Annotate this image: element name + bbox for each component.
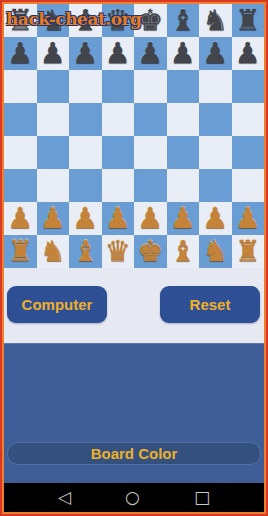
piece-white-pawn[interactable]: ♟ [137,202,163,235]
recents-icon[interactable]: □ [194,483,210,512]
square-e3[interactable] [134,169,167,202]
square-g8[interactable]: ♞ [199,4,232,37]
square-a2[interactable]: ♟ [4,202,37,235]
square-d3[interactable] [102,169,135,202]
piece-white-pawn[interactable]: ♟ [7,202,33,235]
piece-black-pawn[interactable]: ♟ [170,37,196,70]
square-d8[interactable]: ♛ [102,4,135,37]
square-d7[interactable]: ♟ [102,37,135,70]
piece-white-knight[interactable]: ♞ [40,235,66,268]
square-f8[interactable]: ♝ [167,4,200,37]
square-b4[interactable] [37,136,70,169]
square-f3[interactable] [167,169,200,202]
square-f4[interactable] [167,136,200,169]
square-e1[interactable]: ♚ [134,235,167,268]
info-panel: Board Color [4,343,264,483]
home-icon[interactable]: ○ [125,483,140,512]
piece-white-knight[interactable]: ♞ [202,235,228,268]
piece-black-pawn[interactable]: ♟ [235,37,261,70]
square-d5[interactable] [102,103,135,136]
square-g4[interactable] [199,136,232,169]
piece-white-rook[interactable]: ♜ [7,235,33,268]
board-color-button[interactable]: Board Color [7,442,261,465]
piece-black-pawn[interactable]: ♟ [105,37,131,70]
square-f7[interactable]: ♟ [167,37,200,70]
square-e7[interactable]: ♟ [134,37,167,70]
piece-black-rook[interactable]: ♜ [7,4,33,37]
back-icon[interactable]: ◁ [58,483,71,512]
square-g6[interactable] [199,70,232,103]
square-d6[interactable] [102,70,135,103]
square-e2[interactable]: ♟ [134,202,167,235]
piece-white-king[interactable]: ♚ [137,235,163,268]
piece-black-pawn[interactable]: ♟ [137,37,163,70]
controls-strip: Computer Reset [4,268,264,343]
piece-black-pawn[interactable]: ♟ [40,37,66,70]
android-navbar: ◁ ○ □ [4,483,264,512]
square-b6[interactable] [37,70,70,103]
piece-white-queen[interactable]: ♛ [105,235,131,268]
piece-white-pawn[interactable]: ♟ [40,202,66,235]
square-b2[interactable]: ♟ [37,202,70,235]
piece-white-rook[interactable]: ♜ [235,235,261,268]
square-g5[interactable] [199,103,232,136]
square-b5[interactable] [37,103,70,136]
square-c8[interactable]: ♝ [69,4,102,37]
square-d2[interactable]: ♟ [102,202,135,235]
square-e6[interactable] [134,70,167,103]
piece-white-pawn[interactable]: ♟ [105,202,131,235]
square-c5[interactable] [69,103,102,136]
app-frame: hack-cheat.org ♜♞♝♛♚♝♞♜♟♟♟♟♟♟♟♟♟♟♟♟♟♟♟♟♜… [0,0,268,516]
piece-black-knight[interactable]: ♞ [202,4,228,37]
piece-black-bishop[interactable]: ♝ [170,4,196,37]
square-g1[interactable]: ♞ [199,235,232,268]
piece-black-pawn[interactable]: ♟ [72,37,98,70]
square-b1[interactable]: ♞ [37,235,70,268]
piece-white-pawn[interactable]: ♟ [72,202,98,235]
piece-black-pawn[interactable]: ♟ [7,37,33,70]
square-c1[interactable]: ♝ [69,235,102,268]
square-f5[interactable] [167,103,200,136]
square-g3[interactable] [199,169,232,202]
square-f6[interactable] [167,70,200,103]
square-c7[interactable]: ♟ [69,37,102,70]
square-h1[interactable]: ♜ [232,235,265,268]
square-a6[interactable] [4,70,37,103]
square-h6[interactable] [232,70,265,103]
square-c2[interactable]: ♟ [69,202,102,235]
square-b7[interactable]: ♟ [37,37,70,70]
piece-white-pawn[interactable]: ♟ [202,202,228,235]
piece-black-pawn[interactable]: ♟ [202,37,228,70]
square-f1[interactable]: ♝ [167,235,200,268]
square-e5[interactable] [134,103,167,136]
square-c6[interactable] [69,70,102,103]
square-c3[interactable] [69,169,102,202]
square-a5[interactable] [4,103,37,136]
square-b8[interactable]: ♞ [37,4,70,37]
square-h3[interactable] [232,169,265,202]
square-h4[interactable] [232,136,265,169]
square-h2[interactable]: ♟ [232,202,265,235]
square-h5[interactable] [232,103,265,136]
chess-board: ♜♞♝♛♚♝♞♜♟♟♟♟♟♟♟♟♟♟♟♟♟♟♟♟♜♞♝♛♚♝♞♜ [4,4,264,268]
square-g2[interactable]: ♟ [199,202,232,235]
square-a8[interactable]: ♜ [4,4,37,37]
square-e8[interactable]: ♚ [134,4,167,37]
piece-black-knight[interactable]: ♞ [40,4,66,37]
square-a3[interactable] [4,169,37,202]
square-f2[interactable]: ♟ [167,202,200,235]
computer-button[interactable]: Computer [7,286,107,323]
piece-black-king[interactable]: ♚ [137,4,163,37]
square-e4[interactable] [134,136,167,169]
square-h7[interactable]: ♟ [232,37,265,70]
square-c4[interactable] [69,136,102,169]
piece-white-pawn[interactable]: ♟ [170,202,196,235]
piece-white-pawn[interactable]: ♟ [235,202,261,235]
square-a7[interactable]: ♟ [4,37,37,70]
piece-white-bishop[interactable]: ♝ [170,235,196,268]
reset-button[interactable]: Reset [160,286,260,323]
square-g7[interactable]: ♟ [199,37,232,70]
square-b3[interactable] [37,169,70,202]
piece-white-bishop[interactable]: ♝ [72,235,98,268]
square-h8[interactable]: ♜ [232,4,265,37]
square-a1[interactable]: ♜ [4,235,37,268]
square-a4[interactable] [4,136,37,169]
piece-black-rook[interactable]: ♜ [235,4,261,37]
square-d1[interactable]: ♛ [102,235,135,268]
square-d4[interactable] [102,136,135,169]
piece-black-queen[interactable]: ♛ [105,4,131,37]
piece-black-bishop[interactable]: ♝ [72,4,98,37]
app-screen: hack-cheat.org ♜♞♝♛♚♝♞♜♟♟♟♟♟♟♟♟♟♟♟♟♟♟♟♟♜… [2,2,266,514]
